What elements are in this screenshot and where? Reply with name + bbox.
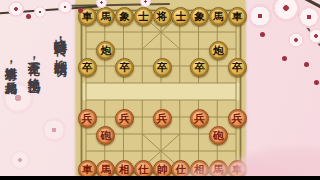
piece-black[interactable]: 馬 (96, 7, 115, 26)
piece-black[interactable]: 卒 (78, 58, 97, 77)
calligraphy-column-1: 峰回路转，柳暗花明 (51, 29, 69, 56)
blossom-icon (42, 118, 66, 142)
blossom-bud-icon (282, 56, 287, 61)
piece-black[interactable]: 卒 (190, 58, 209, 77)
piece-black[interactable]: 象 (190, 7, 209, 26)
piece-black[interactable]: 卒 (115, 58, 134, 77)
blossom-icon (58, 0, 72, 14)
thumbnail-stage: 峰回路转，柳暗花明 千变万化，绝地反击 棋逢对手，兵戈相见 車馬象士将士象馬車炮… (0, 0, 320, 180)
blossom-bud-icon (78, 8, 83, 13)
piece-black[interactable]: 象 (115, 7, 134, 26)
piece-black[interactable]: 士 (171, 7, 190, 26)
piece-black[interactable]: 士 (134, 7, 153, 26)
piece-red[interactable]: 砲 (96, 126, 115, 145)
piece-red[interactable]: 砲 (209, 126, 228, 145)
letterbox-bar (0, 176, 320, 180)
piece-red[interactable]: 兵 (190, 109, 209, 128)
blossom-bud-icon (314, 80, 319, 85)
blossom-icon (34, 6, 46, 18)
piece-red[interactable]: 兵 (153, 109, 172, 128)
blossom-icon (10, 150, 30, 170)
piece-black[interactable]: 馬 (209, 7, 228, 26)
piece-black[interactable]: 炮 (96, 41, 115, 60)
blossom-icon (8, 1, 24, 17)
board-grid (76, 0, 245, 176)
piece-black[interactable]: 卒 (228, 58, 247, 77)
piece-black[interactable]: 将 (153, 7, 172, 26)
blossom-bud-icon (26, 14, 31, 19)
piece-black[interactable]: 車 (228, 7, 247, 26)
calligraphy-column-3: 棋逢对手，兵戈相见 (2, 57, 19, 74)
piece-red[interactable]: 兵 (78, 109, 97, 128)
blossom-icon (272, 0, 300, 22)
piece-red[interactable]: 兵 (228, 109, 247, 128)
blossom-icon (298, 6, 320, 28)
calligraphy-column-2: 千变万化，绝地反击 (25, 51, 42, 72)
blossom-bud-icon (304, 62, 309, 67)
xiangqi-board[interactable]: 車馬象士将士象馬車炮炮卒卒卒卒卒兵兵兵兵兵砲砲車馬相仕帥仕相馬車 (76, 0, 245, 176)
blossom-icon (308, 28, 320, 44)
piece-black[interactable]: 卒 (153, 58, 172, 77)
piece-red[interactable]: 兵 (115, 109, 134, 128)
blossom-bud-icon (260, 32, 265, 37)
blossom-icon (288, 32, 304, 48)
piece-black[interactable]: 炮 (209, 41, 228, 60)
blossom-icon (2, 82, 34, 114)
blossom-icon (248, 4, 272, 28)
